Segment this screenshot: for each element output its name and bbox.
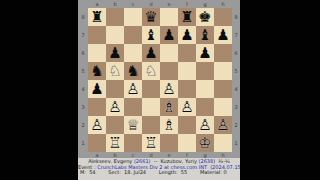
white-player-name: Alekseev, Evgeny [88,159,134,164]
white-player-elo: (2661) [134,159,151,164]
square-b1[interactable]: ♖ [106,134,124,152]
black-pawn-b6: ♟ [106,44,124,62]
square-d6[interactable]: ♟ [142,44,160,62]
square-b6[interactable]: ♟ [106,44,124,62]
square-f6[interactable] [178,44,196,62]
file-labels-top: abcdefgh [88,0,232,8]
letterbox-left [0,0,78,180]
square-d8[interactable]: ♛ [142,8,160,26]
black-player-name: Kuzubov, Yuriy [161,159,199,164]
square-d2[interactable] [142,116,160,134]
file-label-e: e [160,0,178,8]
square-d3[interactable] [142,98,160,116]
white-king-g1: ♔ [196,134,214,152]
square-g5[interactable] [196,62,214,80]
square-e4[interactable]: ♙ [160,80,178,98]
square-h5[interactable] [214,62,232,80]
file-label-d: d [142,0,160,8]
square-e5[interactable] [160,62,178,80]
square-g8[interactable]: ♚ [196,8,214,26]
rank-label-1: 1 [232,134,240,152]
square-c5[interactable]: ♞ [124,62,142,80]
square-b3[interactable]: ♙ [106,98,124,116]
square-a2[interactable]: ♙ [88,116,106,134]
rank-label-2: 2 [78,116,88,134]
white-pawn-c4: ♙ [124,80,142,98]
black-pawn-d6: ♟ [142,44,160,62]
square-d4[interactable] [142,80,160,98]
square-a8[interactable]: ♜ [88,8,106,26]
square-a6[interactable] [88,44,106,62]
white-bishop-e2: ♗ [160,116,178,134]
video-frame: abcdefgh 87654321 ♜♛♜♚♝♟♟♝♟♟♟♟♞♘♞♘♟♙♙♙♗♙… [78,0,240,180]
square-g4[interactable] [196,80,214,98]
square-d7[interactable]: ♝ [142,26,160,44]
square-b2[interactable] [106,116,124,134]
square-c6[interactable] [124,44,142,62]
black-pawn-a4: ♟ [88,80,106,98]
square-e2[interactable]: ♗ [160,116,178,134]
game-info-panel: Alekseev, Evgeny (2661) -- Kuzubov, Yuri… [78,158,240,180]
rank-labels-right: 87654321 [232,8,240,152]
rank-label-6: 6 [232,44,240,62]
square-h1[interactable] [214,134,232,152]
white-knight-d5: ♘ [142,62,160,80]
file-label-a: a [88,0,106,8]
black-knight-c5: ♞ [124,62,142,80]
chess-board: ♜♛♜♚♝♟♟♝♟♟♟♟♞♘♞♘♟♙♙♙♗♙♙♕♗♙♙♖♖♔ [88,8,232,152]
rank-label-8: 8 [78,8,88,26]
square-a7[interactable] [88,26,106,44]
rank-label-3: 3 [78,98,88,116]
square-c4[interactable]: ♙ [124,80,142,98]
file-label-h: h [214,0,232,8]
rank-label-4: 4 [232,80,240,98]
rank-label-5: 5 [78,62,88,80]
rank-labels-left: 87654321 [78,8,88,152]
square-f5[interactable] [178,62,196,80]
file-label-b: b [106,0,124,8]
square-c1[interactable] [124,134,142,152]
rank-label-3: 3 [232,98,240,116]
white-pawn-h2: ♙ [214,116,232,134]
square-c8[interactable] [124,8,142,26]
black-knight-a5: ♞ [88,62,106,80]
square-h4[interactable] [214,80,232,98]
file-label-f: f [178,0,196,8]
square-e1[interactable] [160,134,178,152]
stats-line: M: 54 Sect: 18. Jul24 Length: 55 Materia… [78,170,240,175]
rank-label-7: 7 [78,26,88,44]
black-player-elo: (2638) [199,159,216,164]
black-bishop-g7: ♝ [196,26,214,44]
square-d1[interactable]: ♖ [142,134,160,152]
square-f4[interactable] [178,80,196,98]
white-pawn-f3: ♙ [178,98,196,116]
square-h8[interactable] [214,8,232,26]
rank-label-8: 8 [232,8,240,26]
white-knight-b5: ♘ [106,62,124,80]
players-separator: -- [151,159,161,164]
file-label-g: g [196,0,214,8]
event-line: Event : CrunchLabs Masters Div 2 at ches… [78,165,240,170]
black-bishop-d7: ♝ [142,26,160,44]
black-king-g8: ♚ [196,8,214,26]
square-f3[interactable]: ♙ [178,98,196,116]
game-result: ½-½ [215,159,230,164]
square-c3[interactable] [124,98,142,116]
square-f1[interactable] [178,134,196,152]
square-b4[interactable] [106,80,124,98]
black-pawn-e7: ♟ [160,26,178,44]
square-d5[interactable]: ♘ [142,62,160,80]
square-f2[interactable] [178,116,196,134]
black-rook-a8: ♜ [88,8,106,26]
square-f8[interactable]: ♜ [178,8,196,26]
square-h6[interactable] [214,44,232,62]
rank-label-2: 2 [232,116,240,134]
rank-label-6: 6 [78,44,88,62]
file-label-c: c [124,0,142,8]
square-e6[interactable] [160,44,178,62]
rank-label-7: 7 [232,26,240,44]
black-rook-f8: ♜ [178,8,196,26]
square-e3[interactable]: ♗ [160,98,178,116]
square-b7[interactable] [106,26,124,44]
players-line: Alekseev, Evgeny (2661) -- Kuzubov, Yuri… [78,159,240,164]
event-value: CrunchLabs Masters Div 2 at chess.com IN… [97,165,240,170]
square-b8[interactable] [106,8,124,26]
square-h7[interactable]: ♟ [214,26,232,44]
white-pawn-a2: ♙ [88,116,106,134]
event-label: Event : [78,165,97,170]
square-h3[interactable] [214,98,232,116]
square-g7[interactable]: ♝ [196,26,214,44]
square-c7[interactable] [124,26,142,44]
square-a1[interactable] [88,134,106,152]
white-bishop-e3: ♗ [160,98,178,116]
square-g3[interactable] [196,98,214,116]
square-a3[interactable] [88,98,106,116]
square-e7[interactable]: ♟ [160,26,178,44]
white-rook-d1: ♖ [142,134,160,152]
square-g2[interactable]: ♙ [196,116,214,134]
square-g1[interactable]: ♔ [196,134,214,152]
black-pawn-h7: ♟ [214,26,232,44]
white-pawn-e4: ♙ [160,80,178,98]
square-e8[interactable] [160,8,178,26]
rank-label-5: 5 [232,62,240,80]
square-a5[interactable]: ♞ [88,62,106,80]
rank-label-1: 1 [78,134,88,152]
square-h2[interactable]: ♙ [214,116,232,134]
square-c2[interactable]: ♕ [124,116,142,134]
square-a4[interactable]: ♟ [88,80,106,98]
square-g6[interactable]: ♟ [196,44,214,62]
white-pawn-g2: ♙ [196,116,214,134]
white-rook-b1: ♖ [106,134,124,152]
square-f7[interactable]: ♟ [178,26,196,44]
black-pawn-g6: ♟ [196,44,214,62]
white-pawn-b3: ♙ [106,98,124,116]
white-queen-c2: ♕ [124,116,142,134]
black-pawn-f7: ♟ [178,26,196,44]
square-b5[interactable]: ♘ [106,62,124,80]
rank-label-4: 4 [78,80,88,98]
letterbox-right [240,0,320,180]
black-queen-d8: ♛ [142,8,160,26]
